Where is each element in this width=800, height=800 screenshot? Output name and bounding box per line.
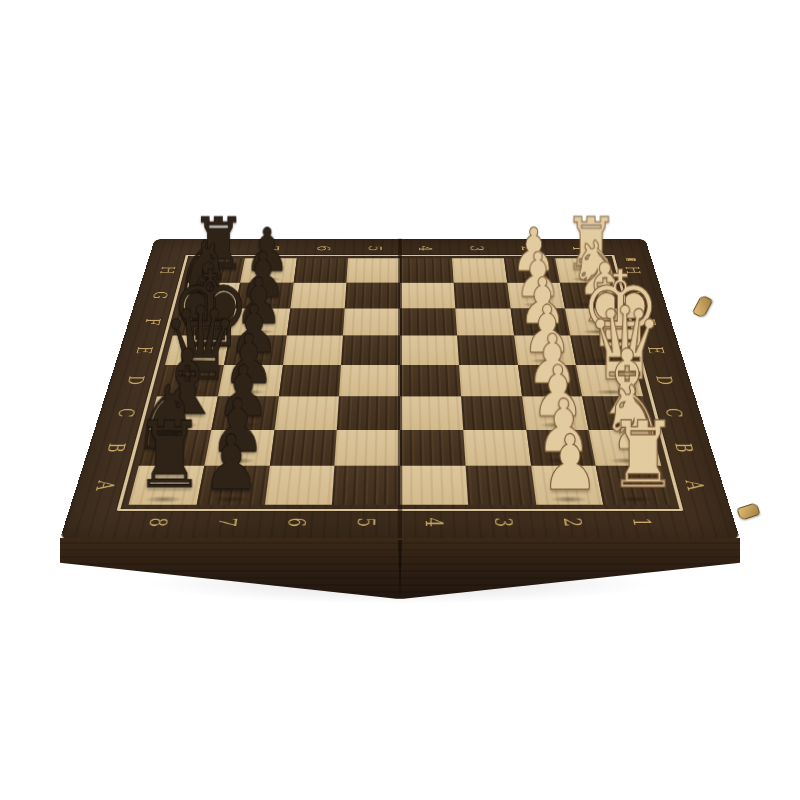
file-black-side-label: B: [102, 443, 131, 452]
square-h4[interactable]: [400, 258, 453, 282]
square-f4[interactable]: [400, 308, 457, 335]
square-a6[interactable]: [264, 466, 334, 505]
rank-near-label: 7: [213, 518, 243, 528]
square-d5[interactable]: [339, 365, 400, 396]
square-g5[interactable]: [345, 283, 400, 309]
square-d6[interactable]: [278, 365, 341, 396]
rank-near-label: 5: [351, 518, 379, 528]
square-h6[interactable]: [293, 258, 348, 282]
rank-far-label: 5: [364, 246, 385, 251]
square-b3[interactable]: [463, 430, 531, 466]
square-c4[interactable]: [400, 396, 463, 430]
square-d3[interactable]: [459, 365, 522, 396]
square-c6[interactable]: [274, 396, 339, 430]
brass-clasp: [692, 294, 713, 319]
square-b4[interactable]: [400, 430, 465, 466]
square-g6[interactable]: [290, 283, 347, 309]
piece-black-pawn-a7[interactable]: ♟: [202, 426, 260, 502]
square-c5[interactable]: [337, 396, 400, 430]
square-b6[interactable]: [269, 430, 337, 466]
piece-white-pawn-a2[interactable]: ♟: [540, 426, 598, 502]
square-f6[interactable]: [286, 308, 345, 335]
square-a4[interactable]: [400, 466, 468, 505]
square-a7[interactable]: ♟: [196, 466, 269, 505]
square-g4[interactable]: [400, 283, 455, 309]
piece-black-rook-a8[interactable]: ♜: [134, 410, 192, 502]
piece-white-rook-a1[interactable]: ♜: [608, 410, 666, 502]
square-e4[interactable]: [400, 336, 459, 365]
square-e5[interactable]: [341, 336, 400, 365]
square-c3[interactable]: [461, 396, 526, 430]
chessboard: ♜♟♟♜♞♟♟♞♝♟♟♝♚♟♟♚♛♟♟♛♝♟♟♝♞♟♟♞♜♟♟♜ 8765432…: [60, 239, 741, 541]
rank-far-label: 6: [313, 246, 334, 251]
square-h3[interactable]: [452, 258, 507, 282]
square-f3[interactable]: [455, 308, 514, 335]
square-d4[interactable]: [400, 365, 461, 396]
square-h5[interactable]: [347, 258, 400, 282]
square-f5[interactable]: [343, 308, 400, 335]
playing-field: ♜♟♟♜♞♟♟♞♝♟♟♝♚♟♟♚♛♟♟♛♝♟♟♝♞♟♟♞♜♟♟♜: [129, 258, 672, 505]
square-a3[interactable]: [465, 466, 535, 505]
square-a2[interactable]: ♟: [531, 466, 604, 505]
rank-near-label: 2: [558, 518, 588, 528]
rank-near-label: 6: [282, 518, 311, 528]
brass-clasp: [737, 502, 761, 521]
rank-near-label: 4: [420, 518, 448, 528]
square-a8[interactable]: ♜: [129, 466, 204, 505]
scene: ♜♟♟♜♞♟♟♞♝♟♟♝♚♟♟♚♛♟♟♛♝♟♟♝♞♟♟♞♜♟♟♜ 8765432…: [0, 0, 800, 800]
file-white-side-label: A: [680, 480, 710, 490]
rank-near-label: 3: [489, 518, 518, 528]
square-g3[interactable]: [453, 283, 510, 309]
rank-near-label: 1: [626, 518, 656, 528]
square-e6[interactable]: [283, 336, 344, 365]
rank-near-label: 8: [143, 518, 173, 528]
square-e3[interactable]: [457, 336, 518, 365]
rank-far-label: 4: [415, 246, 436, 251]
square-a1[interactable]: ♜: [596, 466, 671, 505]
square-b5[interactable]: [335, 430, 400, 466]
square-a5[interactable]: [332, 466, 400, 505]
file-black-side-label: A: [90, 480, 120, 490]
rank-far-label: 3: [466, 246, 487, 251]
